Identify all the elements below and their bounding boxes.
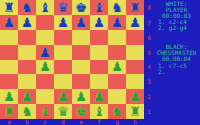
black-queen-piece: ♛ <box>57 1 69 14</box>
square-e2[interactable]: ♟ <box>72 89 90 104</box>
square-d7[interactable]: ♟ <box>54 15 72 30</box>
black-bishop-piece: ♝ <box>39 1 51 14</box>
rank-label-4: 4 <box>145 60 153 75</box>
file-label-h: h <box>126 119 144 125</box>
chess-app-screen: ♜♞♝♛♚♝♞♜♟♟♟♟♟♟♟♟♟♟♟♟♟♟♟♟♜♞♝♛♚♝♞♜ 8765432… <box>0 0 200 125</box>
rank-label-2: 2 <box>145 89 153 104</box>
square-b4[interactable] <box>18 60 36 75</box>
square-h8[interactable]: ♜ <box>126 0 144 15</box>
black-move-list: 1. c7-c52. <box>158 63 200 75</box>
square-e3[interactable] <box>72 74 90 89</box>
square-b3[interactable] <box>18 74 36 89</box>
white-pawn-piece: ♟ <box>3 90 15 103</box>
file-label-c: c <box>36 119 54 125</box>
black-pawn-piece: ♟ <box>111 16 123 29</box>
square-f8[interactable]: ♝ <box>90 0 108 15</box>
square-d2[interactable]: ♟ <box>54 89 72 104</box>
move-entry: 2. <box>158 69 200 75</box>
white-pawn-piece: ♟ <box>21 90 33 103</box>
square-e8[interactable]: ♚ <box>72 0 90 15</box>
black-pawn-piece: ♟ <box>3 16 15 29</box>
square-h4[interactable] <box>126 60 144 75</box>
white-pawn-piece: ♟ <box>93 90 105 103</box>
square-e1[interactable]: ♚ <box>72 104 90 119</box>
square-b6[interactable] <box>18 30 36 45</box>
square-c7[interactable] <box>36 15 54 30</box>
white-pawn-piece: ♟ <box>39 60 51 73</box>
square-b8[interactable]: ♞ <box>18 0 36 15</box>
white-rook-piece: ♜ <box>129 105 141 118</box>
file-label-f: f <box>90 119 108 125</box>
square-f6[interactable] <box>90 30 108 45</box>
black-rook-piece: ♜ <box>3 1 15 14</box>
rank-label-1: 1 <box>145 104 153 119</box>
square-c1[interactable]: ♝ <box>36 104 54 119</box>
square-g5[interactable] <box>108 45 126 60</box>
move-entry: 2. g2-g4 <box>158 25 200 31</box>
square-h5[interactable] <box>126 45 144 60</box>
black-pawn-piece: ♟ <box>93 16 105 29</box>
square-c4[interactable]: ♟ <box>36 60 54 75</box>
chess-board: ♜♞♝♛♚♝♞♜♟♟♟♟♟♟♟♟♟♟♟♟♟♟♟♟♜♞♝♛♚♝♞♜ <box>0 0 144 119</box>
square-a2[interactable]: ♟ <box>0 89 18 104</box>
square-d5[interactable] <box>54 45 72 60</box>
rank-label-8: 8 <box>145 0 153 15</box>
square-h2[interactable]: ♟ <box>126 89 144 104</box>
square-e5[interactable] <box>72 45 90 60</box>
square-a6[interactable] <box>0 30 18 45</box>
square-g8[interactable]: ♞ <box>108 0 126 15</box>
square-c8[interactable]: ♝ <box>36 0 54 15</box>
rank-label-3: 3 <box>145 74 153 89</box>
black-bishop-piece: ♝ <box>93 1 105 14</box>
rank-label-7: 7 <box>145 15 153 30</box>
black-player-block: BLACK: CHESSMASTER 00:00:04 <box>153 44 200 62</box>
white-queen-piece: ♛ <box>57 105 69 118</box>
square-a7[interactable]: ♟ <box>0 15 18 30</box>
white-king-piece: ♚ <box>75 105 87 118</box>
black-rook-piece: ♜ <box>129 1 141 14</box>
black-knight-piece: ♞ <box>21 1 33 14</box>
white-bishop-piece: ♝ <box>93 105 105 118</box>
square-a4[interactable] <box>0 60 18 75</box>
square-c3[interactable] <box>36 74 54 89</box>
square-b5[interactable] <box>18 45 36 60</box>
square-g1[interactable]: ♞ <box>108 104 126 119</box>
rank-label-6: 6 <box>145 30 153 45</box>
square-d1[interactable]: ♛ <box>54 104 72 119</box>
square-g2[interactable] <box>108 89 126 104</box>
square-f5[interactable] <box>90 45 108 60</box>
square-f1[interactable]: ♝ <box>90 104 108 119</box>
white-knight-piece: ♞ <box>111 105 123 118</box>
square-g6[interactable] <box>108 30 126 45</box>
square-b1[interactable]: ♞ <box>18 104 36 119</box>
square-e4[interactable] <box>72 60 90 75</box>
square-d4[interactable] <box>54 60 72 75</box>
square-f4[interactable] <box>90 60 108 75</box>
square-c5[interactable]: ♟ <box>36 45 54 60</box>
square-h3[interactable] <box>126 74 144 89</box>
square-g3[interactable] <box>108 74 126 89</box>
file-label-a: a <box>0 119 18 125</box>
square-a3[interactable] <box>0 74 18 89</box>
square-h7[interactable]: ♟ <box>126 15 144 30</box>
white-pawn-piece: ♟ <box>57 90 69 103</box>
square-a1[interactable]: ♜ <box>0 104 18 119</box>
rank-label-5: 5 <box>145 45 153 60</box>
square-c2[interactable] <box>36 89 54 104</box>
square-h1[interactable]: ♜ <box>126 104 144 119</box>
file-labels: abcdefgh <box>0 119 144 125</box>
square-h6[interactable] <box>126 30 144 45</box>
info-panel: WHITE: PLAYER 00:00:03 1. c2-c42. g2-g4 … <box>153 0 200 125</box>
square-b2[interactable]: ♟ <box>18 89 36 104</box>
square-f2[interactable]: ♟ <box>90 89 108 104</box>
file-label-e: e <box>72 119 90 125</box>
white-pawn-piece: ♟ <box>75 90 87 103</box>
black-pawn-piece: ♟ <box>57 16 69 29</box>
white-rook-piece: ♜ <box>3 105 15 118</box>
black-pawn-piece: ♟ <box>129 16 141 29</box>
square-a8[interactable]: ♜ <box>0 0 18 15</box>
white-bishop-piece: ♝ <box>39 105 51 118</box>
rank-labels: 87654321 <box>145 0 153 119</box>
black-pawn-piece: ♟ <box>39 46 51 59</box>
white-move-list: 1. c2-c42. g2-g4 <box>158 19 200 31</box>
white-pawn-piece: ♟ <box>111 60 123 73</box>
file-label-b: b <box>18 119 36 125</box>
square-g7[interactable]: ♟ <box>108 15 126 30</box>
black-pawn-piece: ♟ <box>21 16 33 29</box>
square-g4[interactable]: ♟ <box>108 60 126 75</box>
file-label-d: d <box>54 119 72 125</box>
black-king-piece: ♚ <box>75 1 87 14</box>
black-knight-piece: ♞ <box>111 1 123 14</box>
white-knight-piece: ♞ <box>21 105 33 118</box>
square-c6[interactable] <box>36 30 54 45</box>
square-e6[interactable] <box>72 30 90 45</box>
white-pawn-piece: ♟ <box>129 90 141 103</box>
square-f7[interactable]: ♟ <box>90 15 108 30</box>
file-label-g: g <box>108 119 126 125</box>
square-d6[interactable] <box>54 30 72 45</box>
square-b7[interactable]: ♟ <box>18 15 36 30</box>
black-pawn-piece: ♟ <box>75 16 87 29</box>
square-a5[interactable] <box>0 45 18 60</box>
white-player-block: WHITE: PLAYER 00:00:03 <box>153 1 200 19</box>
square-d3[interactable] <box>54 74 72 89</box>
square-f3[interactable] <box>90 74 108 89</box>
square-d8[interactable]: ♛ <box>54 0 72 15</box>
square-e7[interactable]: ♟ <box>72 15 90 30</box>
